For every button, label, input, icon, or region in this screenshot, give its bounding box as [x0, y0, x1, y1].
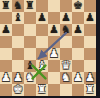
square-b6[interactable]	[12, 24, 24, 36]
square-g1[interactable]	[72, 84, 84, 96]
square-c1[interactable]	[24, 84, 36, 96]
piece-white-knight[interactable]: ♞	[24, 72, 36, 84]
piece-white-pawn[interactable]: ♟	[48, 48, 60, 60]
piece-black-king[interactable]: ♚	[72, 0, 84, 12]
piece-black-knight[interactable]: ♞	[60, 24, 72, 36]
piece-black-pawn[interactable]: ♟	[72, 24, 84, 36]
piece-white-rook[interactable]: ♜	[36, 84, 48, 96]
square-c7[interactable]	[24, 12, 36, 24]
piece-white-bishop[interactable]: ♝	[36, 60, 48, 72]
square-f6[interactable]: ♞	[60, 24, 72, 36]
square-d3[interactable]: ♝	[36, 60, 48, 72]
square-e3[interactable]	[48, 60, 60, 72]
square-h5[interactable]	[84, 36, 96, 48]
piece-black-bishop[interactable]: ♝	[12, 12, 24, 24]
square-e4[interactable]: ♟	[48, 48, 60, 60]
square-g2[interactable]: ♟	[72, 72, 84, 84]
piece-white-knight[interactable]: ♞	[60, 72, 72, 84]
square-c2[interactable]: ♞	[24, 72, 36, 84]
square-d7[interactable]: ♟	[36, 12, 48, 24]
square-e2[interactable]	[48, 72, 60, 84]
square-g4[interactable]	[72, 48, 84, 60]
piece-black-pawn[interactable]: ♟	[48, 24, 60, 36]
square-c6[interactable]	[24, 24, 36, 36]
square-d6[interactable]	[36, 24, 48, 36]
piece-black-pawn[interactable]: ♟	[84, 12, 96, 24]
square-a6[interactable]: ♟	[0, 24, 12, 36]
piece-white-pawn[interactable]: ♟	[72, 72, 84, 84]
square-b7[interactable]: ♝	[12, 12, 24, 24]
square-d5[interactable]	[36, 36, 48, 48]
square-f1[interactable]	[60, 84, 72, 96]
square-c5[interactable]	[24, 36, 36, 48]
square-a8[interactable]: ♜	[0, 0, 12, 12]
piece-white-rook[interactable]: ♜	[84, 84, 96, 96]
piece-black-rook[interactable]: ♜	[0, 0, 12, 12]
square-h4[interactable]	[84, 48, 96, 60]
piece-white-king[interactable]: ♚	[12, 84, 24, 96]
piece-black-pawn[interactable]: ♟	[0, 24, 12, 36]
square-h1[interactable]: ♜	[84, 84, 96, 96]
square-b5[interactable]	[12, 36, 24, 48]
screenshot-root: ♜♞♜♚♝♟♟♟♟♟♞♟♟♝♝♛♟♟♞♞♟♟♚♜♜	[0, 0, 100, 98]
square-a1[interactable]	[0, 84, 12, 96]
chess-board[interactable]: ♜♞♜♚♝♟♟♟♟♟♞♟♟♝♝♛♟♟♞♞♟♟♚♜♜	[0, 0, 96, 96]
square-h7[interactable]: ♟	[84, 12, 96, 24]
square-f5[interactable]	[60, 36, 72, 48]
piece-white-pawn[interactable]: ♟	[0, 72, 12, 84]
square-a2[interactable]: ♟	[0, 72, 12, 84]
piece-black-pawn[interactable]: ♟	[36, 12, 48, 24]
square-b1[interactable]: ♚	[12, 84, 24, 96]
square-e1[interactable]	[48, 84, 60, 96]
square-e6[interactable]: ♟	[48, 24, 60, 36]
square-e8[interactable]	[48, 0, 60, 12]
square-c8[interactable]: ♜	[24, 0, 36, 12]
square-h6[interactable]	[84, 24, 96, 36]
square-g5[interactable]	[72, 36, 84, 48]
square-a5[interactable]	[0, 36, 12, 48]
square-f2[interactable]: ♞	[60, 72, 72, 84]
square-d1[interactable]: ♜	[36, 84, 48, 96]
piece-black-rook[interactable]: ♜	[24, 0, 36, 12]
square-g8[interactable]: ♚	[72, 0, 84, 12]
square-a4[interactable]	[0, 48, 12, 60]
square-b4[interactable]	[12, 48, 24, 60]
square-g6[interactable]: ♟	[72, 24, 84, 36]
